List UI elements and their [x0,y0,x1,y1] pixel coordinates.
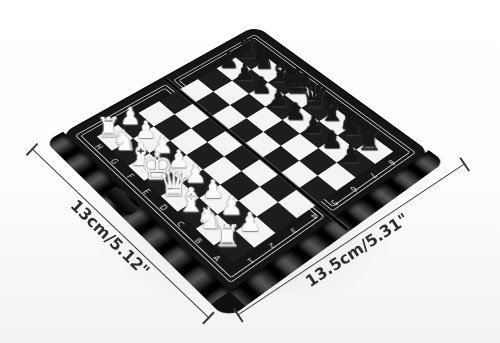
dimension-tick [26,143,38,156]
chess-piece-white-pawn: ♟ [238,210,261,235]
product-photo-scene: ♜♞♝♚♛♝♞♜♟♟♟♟♟♟♟♟♟♟♟♟♟♟♟♟♜♞♝♚♛♝♞♜ ABCDEFG… [0,0,500,343]
dimension-tick [460,157,470,171]
chess-piece-black-pawn: ♟ [340,143,362,166]
dimension-tick [202,312,214,325]
chess-piece-white-rook: ♜ [214,222,241,250]
